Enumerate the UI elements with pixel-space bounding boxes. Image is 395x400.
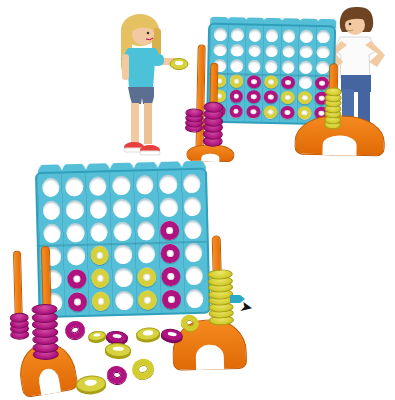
empty-hole — [66, 200, 84, 220]
cell-r2c4 — [110, 197, 134, 221]
cell-r1c5 — [133, 173, 157, 197]
empty-hole — [67, 223, 85, 243]
cell-r4c6 — [158, 241, 182, 265]
cell-r1c6 — [156, 172, 180, 196]
cell-r1c7 — [180, 172, 204, 196]
empty-hole — [89, 176, 107, 196]
empty-hole — [137, 221, 155, 241]
front-board-grid — [35, 168, 211, 318]
empty-hole — [183, 197, 201, 217]
empty-hole — [136, 198, 154, 218]
magenta-disc — [161, 266, 180, 286]
cell-r3c2 — [64, 221, 88, 245]
disc-stack-front-left-outer — [10, 312, 30, 339]
empty-hole — [185, 266, 203, 286]
magenta-disc — [162, 289, 181, 309]
cell-r2c3 — [86, 197, 110, 221]
empty-hole — [114, 245, 132, 265]
empty-hole — [138, 244, 156, 264]
empty-hole — [43, 223, 61, 243]
empty-hole — [115, 291, 133, 311]
cell-r6c2 — [65, 290, 89, 314]
cell-r3c1 — [40, 221, 64, 245]
cell-r5c6 — [159, 264, 183, 288]
cell-r1c1 — [39, 175, 63, 199]
cell-r6c5 — [136, 288, 160, 312]
empty-hole — [67, 246, 85, 266]
empty-hole — [159, 174, 177, 194]
cell-r6c6 — [159, 287, 183, 311]
cell-r4c2 — [64, 244, 88, 268]
magenta-disc — [160, 220, 179, 240]
cell-r4c4 — [111, 243, 135, 267]
empty-hole — [184, 243, 202, 263]
empty-hole — [160, 197, 178, 217]
cell-r2c1 — [40, 198, 64, 222]
empty-hole — [186, 289, 204, 309]
cell-r4c7 — [181, 241, 205, 265]
cell-r5c7 — [182, 264, 206, 288]
yellow-disc — [138, 267, 157, 287]
cell-r2c2 — [63, 198, 87, 222]
cell-r4c5 — [135, 242, 159, 266]
empty-hole — [42, 177, 60, 197]
cell-r3c3 — [87, 220, 111, 244]
front-board — [0, 0, 395, 400]
cell-r6c7 — [183, 287, 207, 311]
cell-r3c6 — [157, 218, 181, 242]
cell-r3c4 — [110, 220, 134, 244]
yellow-disc — [91, 291, 110, 311]
product-photo-canvas: ➤ — [0, 0, 395, 400]
empty-hole — [112, 176, 130, 196]
cell-r3c5 — [134, 219, 158, 243]
cell-r5c2 — [65, 267, 89, 291]
disc-stack-front-left-inner — [31, 304, 58, 361]
cell-r5c3 — [88, 266, 112, 290]
magenta-disc — [67, 269, 86, 289]
empty-hole — [90, 199, 108, 219]
empty-hole — [114, 222, 132, 242]
cell-r1c3 — [86, 174, 110, 198]
front-board-right-foot — [172, 319, 247, 371]
cell-r5c4 — [112, 266, 136, 290]
cell-r1c4 — [109, 174, 133, 198]
yellow-disc — [91, 268, 110, 288]
magenta-disc — [68, 292, 87, 312]
empty-hole — [136, 175, 154, 195]
cell-r2c7 — [180, 195, 204, 219]
cell-r2c5 — [133, 196, 157, 220]
empty-hole — [183, 174, 201, 194]
empty-hole — [90, 222, 108, 242]
cell-r6c3 — [89, 289, 113, 313]
empty-hole — [43, 200, 61, 220]
cell-r4c3 — [88, 243, 112, 267]
empty-hole — [113, 199, 131, 219]
yellow-disc — [90, 245, 109, 265]
cell-r1c2 — [62, 175, 86, 199]
cell-r5c5 — [135, 265, 159, 289]
empty-hole — [66, 177, 84, 197]
cell-r2c6 — [157, 195, 181, 219]
empty-hole — [115, 268, 133, 288]
empty-hole — [184, 220, 202, 240]
cell-r6c4 — [112, 289, 136, 313]
yellow-disc — [138, 290, 157, 310]
cell-r3c7 — [181, 218, 205, 242]
magenta-disc — [160, 243, 179, 263]
